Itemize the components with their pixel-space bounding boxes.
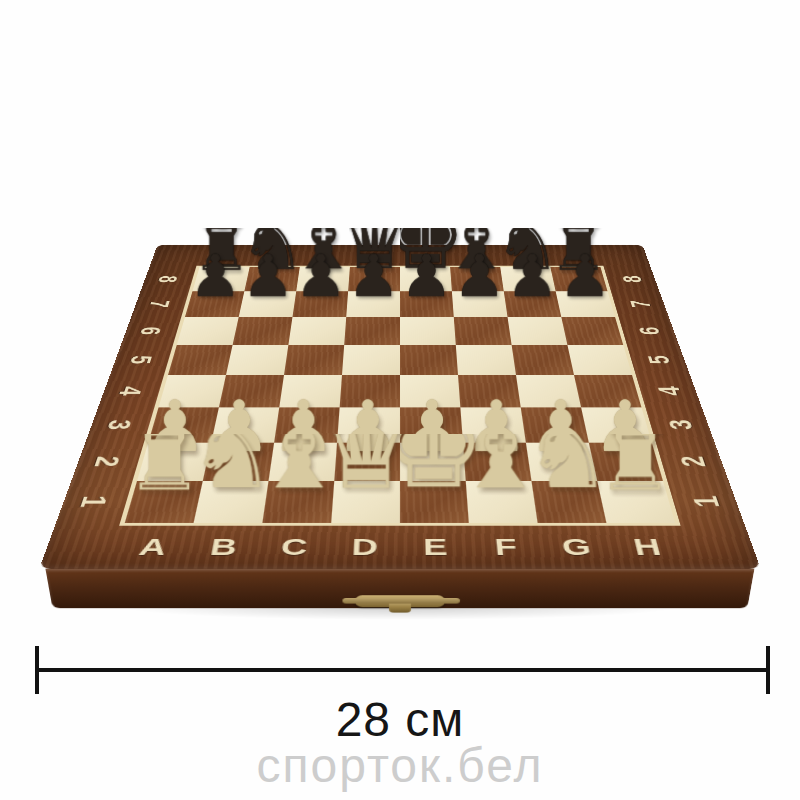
square-a6	[177, 317, 239, 345]
square-f6	[454, 317, 512, 345]
square-c7	[292, 291, 348, 317]
square-g6	[508, 317, 568, 345]
watermark-text: спорток.бел	[0, 738, 800, 793]
square-g7	[504, 291, 562, 317]
square-f5	[456, 345, 516, 375]
square-e5	[400, 345, 458, 375]
brass-clasp-icon	[355, 595, 446, 607]
dimension-annotation	[35, 646, 770, 694]
piece-white-rook: ♜	[602, 434, 669, 501]
rank-label-left-6: 6	[120, 321, 181, 340]
square-b8	[244, 267, 299, 291]
square-b6	[233, 317, 293, 345]
square-c6	[288, 317, 346, 345]
rank-label-right-5: 5	[627, 350, 691, 371]
square-d5	[342, 345, 400, 375]
square-g5	[512, 345, 574, 375]
square-e6	[400, 317, 456, 345]
square-f7	[452, 291, 508, 317]
square-a5	[168, 345, 233, 375]
square-g8	[500, 267, 555, 291]
square-c5	[284, 345, 344, 375]
square-b5	[226, 345, 288, 375]
square-h6	[561, 317, 623, 345]
square-d8	[348, 267, 400, 291]
product-photo: 12345678 12345678 ABCDEFGH ♜♞♝♛♚♝♞♜♟♟♟♟♟…	[0, 0, 800, 800]
square-a7	[185, 291, 244, 317]
square-h8	[550, 267, 607, 291]
chess-board: 12345678 12345678 ABCDEFGH ♜♞♝♛♚♝♞♜♟♟♟♟♟…	[39, 245, 761, 569]
square-e8	[400, 267, 452, 291]
square-h5	[567, 345, 632, 375]
rank-label-right-7: 7	[611, 295, 670, 313]
rank-label-left-5: 5	[109, 350, 173, 371]
square-e7	[400, 291, 454, 317]
square-d7	[346, 291, 400, 317]
square-d6	[344, 317, 400, 345]
piece-white-knight: ♞	[534, 434, 601, 501]
dimension-line	[35, 668, 770, 672]
square-f8	[450, 267, 504, 291]
rank-label-left-7: 7	[130, 295, 189, 313]
square-a8	[192, 267, 249, 291]
rank-label-left-1: 1	[55, 487, 132, 516]
square-h7	[556, 291, 615, 317]
rank-label-right-6: 6	[619, 321, 680, 340]
chessboard-scene: 12345678 12345678 ABCDEFGH ♜♞♝♛♚♝♞♜♟♟♟♟♟…	[0, 0, 800, 640]
box-front-edge	[45, 569, 754, 608]
rank-label-right-1: 1	[668, 487, 745, 516]
square-c8	[296, 267, 350, 291]
square-b7	[239, 291, 297, 317]
